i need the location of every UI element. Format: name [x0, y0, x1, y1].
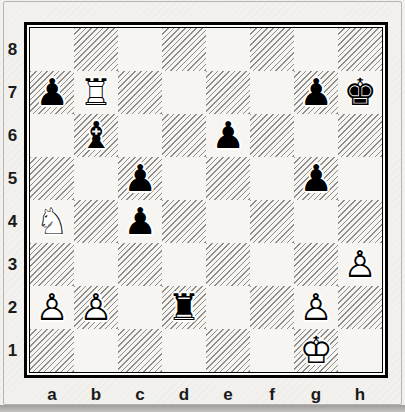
- chess-board: ♟♟♜♖♟♟♚♚♝♝♟♟♟♟♟♟♞♘♟♟♟♙♟♙♟♙♜♜♟♙♚♔: [24, 22, 388, 378]
- piece-fill: ♞: [35, 203, 68, 240]
- square-c3[interactable]: [118, 243, 162, 286]
- square-g5[interactable]: ♟♟: [294, 157, 338, 200]
- square-h8[interactable]: [338, 28, 382, 71]
- file-label-b: b: [74, 383, 118, 407]
- rank-label-5: 5: [2, 157, 23, 200]
- square-a8[interactable]: [30, 28, 74, 71]
- square-f3[interactable]: [250, 243, 294, 286]
- piece-wN-a4: ♞♘: [30, 200, 74, 243]
- piece-glyph: ♚: [343, 74, 376, 111]
- square-b8[interactable]: [74, 28, 118, 71]
- piece-bB-b6: ♝♝: [74, 114, 118, 157]
- piece-wR-b7: ♜♖: [74, 71, 118, 114]
- square-a7[interactable]: ♟♟: [30, 71, 74, 114]
- square-f1[interactable]: [250, 329, 294, 372]
- square-h1[interactable]: [338, 329, 382, 372]
- square-e4[interactable]: [206, 200, 250, 243]
- piece-glyph: ♖: [79, 74, 112, 111]
- square-b4[interactable]: [74, 200, 118, 243]
- square-c5[interactable]: ♟♟: [118, 157, 162, 200]
- square-e8[interactable]: [206, 28, 250, 71]
- file-label-c: c: [118, 383, 162, 407]
- square-h6[interactable]: [338, 114, 382, 157]
- square-h4[interactable]: [338, 200, 382, 243]
- piece-glyph: ♝: [79, 117, 112, 154]
- square-d6[interactable]: [162, 114, 206, 157]
- piece-bK-h7: ♚♚: [338, 71, 382, 114]
- square-e1[interactable]: [206, 329, 250, 372]
- piece-wP-a2: ♟♙: [30, 286, 74, 329]
- square-d2[interactable]: ♜♜: [162, 286, 206, 329]
- square-g7[interactable]: ♟♟: [294, 71, 338, 114]
- piece-fill: ♟: [299, 74, 332, 111]
- piece-glyph: ♟: [299, 74, 332, 111]
- square-d1[interactable]: [162, 329, 206, 372]
- piece-bR-d2: ♜♜: [162, 286, 206, 329]
- piece-fill: ♟: [123, 203, 156, 240]
- piece-fill: ♟: [35, 289, 68, 326]
- square-d7[interactable]: [162, 71, 206, 114]
- piece-glyph: ♘: [35, 203, 68, 240]
- square-e6[interactable]: ♟♟: [206, 114, 250, 157]
- file-label-h: h: [338, 383, 382, 407]
- square-g2[interactable]: ♟♙: [294, 286, 338, 329]
- piece-glyph: ♟: [123, 203, 156, 240]
- piece-glyph: ♟: [299, 160, 332, 197]
- square-d3[interactable]: [162, 243, 206, 286]
- piece-bP-g5: ♟♟: [294, 157, 338, 200]
- piece-bP-g7: ♟♟: [294, 71, 338, 114]
- piece-bP-a7: ♟♟: [30, 71, 74, 114]
- square-e3[interactable]: [206, 243, 250, 286]
- piece-wP-h3: ♟♙: [338, 243, 382, 286]
- board-grid: ♟♟♜♖♟♟♚♚♝♝♟♟♟♟♟♟♞♘♟♟♟♙♟♙♟♙♜♜♟♙♚♔: [30, 28, 382, 372]
- rank-label-1: 1: [2, 329, 23, 372]
- square-f7[interactable]: [250, 71, 294, 114]
- file-label-d: d: [162, 383, 206, 407]
- piece-glyph: ♙: [299, 289, 332, 326]
- square-g8[interactable]: [294, 28, 338, 71]
- piece-fill: ♚: [299, 332, 332, 369]
- square-f5[interactable]: [250, 157, 294, 200]
- file-label-e: e: [206, 383, 250, 407]
- piece-glyph: ♔: [299, 332, 332, 369]
- square-a1[interactable]: [30, 329, 74, 372]
- rank-label-4: 4: [2, 200, 23, 243]
- square-b1[interactable]: [74, 329, 118, 372]
- rank-label-8: 8: [2, 28, 23, 71]
- square-c6[interactable]: [118, 114, 162, 157]
- piece-glyph: ♙: [343, 246, 376, 283]
- piece-fill: ♟: [299, 289, 332, 326]
- square-e5[interactable]: [206, 157, 250, 200]
- piece-fill: ♚: [343, 74, 376, 111]
- square-b3[interactable]: [74, 243, 118, 286]
- piece-bP-c5: ♟♟: [118, 157, 162, 200]
- piece-glyph: ♟: [123, 160, 156, 197]
- square-a3[interactable]: [30, 243, 74, 286]
- file-label-g: g: [294, 383, 338, 407]
- square-f8[interactable]: [250, 28, 294, 71]
- piece-fill: ♜: [167, 289, 200, 326]
- piece-wP-g2: ♟♙: [294, 286, 338, 329]
- piece-bP-e6: ♟♟: [206, 114, 250, 157]
- square-c2[interactable]: [118, 286, 162, 329]
- square-a4[interactable]: ♞♘: [30, 200, 74, 243]
- bottom-shadow-band: [0, 405, 405, 412]
- square-a2[interactable]: ♟♙: [30, 286, 74, 329]
- piece-glyph: ♜: [167, 289, 200, 326]
- square-b7[interactable]: ♜♖: [74, 71, 118, 114]
- piece-glyph: ♟: [35, 74, 68, 111]
- square-b5[interactable]: [74, 157, 118, 200]
- square-h7[interactable]: ♚♚: [338, 71, 382, 114]
- square-f2[interactable]: [250, 286, 294, 329]
- piece-fill: ♟: [35, 74, 68, 111]
- square-h5[interactable]: [338, 157, 382, 200]
- square-e2[interactable]: [206, 286, 250, 329]
- square-d5[interactable]: [162, 157, 206, 200]
- piece-fill: ♜: [79, 74, 112, 111]
- file-label-f: f: [250, 383, 294, 407]
- square-g3[interactable]: [294, 243, 338, 286]
- square-g6[interactable]: [294, 114, 338, 157]
- piece-fill: ♟: [299, 160, 332, 197]
- file-labels: a b c d e f g h: [30, 383, 382, 407]
- square-b6[interactable]: ♝♝: [74, 114, 118, 157]
- rank-labels: 8 7 6 5 4 3 2 1: [2, 28, 23, 372]
- square-h2[interactable]: [338, 286, 382, 329]
- piece-wP-b2: ♟♙: [74, 286, 118, 329]
- square-g4[interactable]: [294, 200, 338, 243]
- piece-fill: ♟: [79, 289, 112, 326]
- piece-fill: ♟: [123, 160, 156, 197]
- square-c7[interactable]: [118, 71, 162, 114]
- square-c1[interactable]: [118, 329, 162, 372]
- square-d8[interactable]: [162, 28, 206, 71]
- square-a6[interactable]: [30, 114, 74, 157]
- square-f4[interactable]: [250, 200, 294, 243]
- rank-label-2: 2: [2, 286, 23, 329]
- square-b2[interactable]: ♟♙: [74, 286, 118, 329]
- piece-wK-g1: ♚♔: [294, 329, 338, 372]
- square-c4[interactable]: ♟♟: [118, 200, 162, 243]
- square-h3[interactable]: ♟♙: [338, 243, 382, 286]
- square-a5[interactable]: [30, 157, 74, 200]
- chess-diagram: 8 7 6 5 4 3 2 1 ♟♟♜♖♟♟♚♚♝♝♟♟♟♟♟♟♞♘♟♟♟♙♟♙…: [0, 0, 405, 412]
- piece-fill: ♟: [211, 117, 244, 154]
- square-d4[interactable]: [162, 200, 206, 243]
- rank-label-6: 6: [2, 114, 23, 157]
- piece-glyph: ♙: [79, 289, 112, 326]
- square-c8[interactable]: [118, 28, 162, 71]
- file-label-a: a: [30, 383, 74, 407]
- square-f6[interactable]: [250, 114, 294, 157]
- piece-bP-c4: ♟♟: [118, 200, 162, 243]
- rank-label-3: 3: [2, 243, 23, 286]
- piece-fill: ♝: [79, 117, 112, 154]
- piece-fill: ♟: [343, 246, 376, 283]
- board-inner-border: ♟♟♜♖♟♟♚♚♝♝♟♟♟♟♟♟♞♘♟♟♟♙♟♙♟♙♜♜♟♙♚♔: [29, 27, 383, 373]
- piece-glyph: ♙: [35, 289, 68, 326]
- square-g1[interactable]: ♚♔: [294, 329, 338, 372]
- piece-glyph: ♟: [211, 117, 244, 154]
- rank-label-7: 7: [2, 71, 23, 114]
- square-e7[interactable]: [206, 71, 250, 114]
